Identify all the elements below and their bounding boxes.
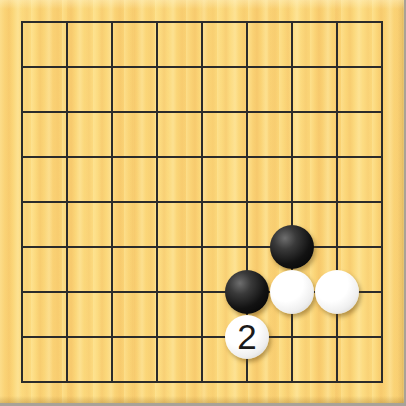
stone-black <box>270 225 314 269</box>
go-board: 2 <box>0 0 406 406</box>
stone-white <box>315 270 359 314</box>
stone-black <box>225 270 269 314</box>
move-number-label: 2 <box>237 319 256 354</box>
stone-white <box>270 270 314 314</box>
stones-layer: 2 <box>0 0 406 406</box>
stone-white-numbered: 2 <box>225 315 269 359</box>
